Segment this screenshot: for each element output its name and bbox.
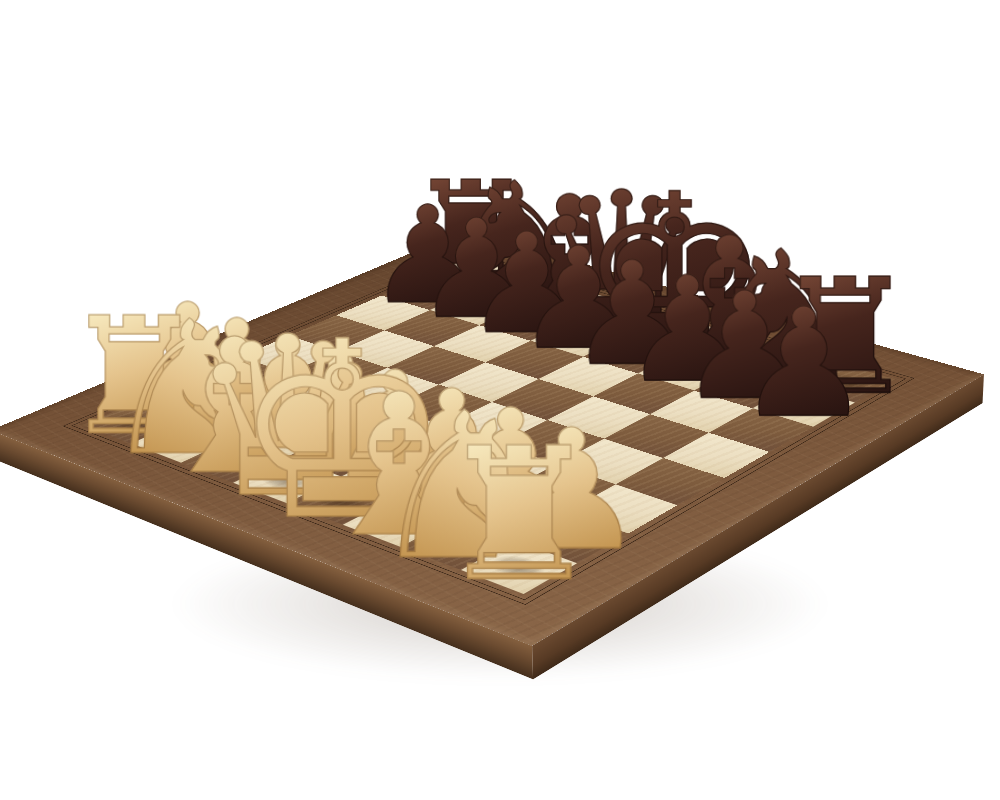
product-photo: ♜♞♝♛♚♝♞♜♟♟♟♟♟♟♟♟♟♟♟♟♟♟♟♟♜♞♝♛♚♝♞♜ bbox=[0, 0, 1000, 800]
square-h1: ♜ bbox=[461, 540, 577, 594]
white-rook-icon: ♜ bbox=[437, 424, 601, 607]
piece-white-rook: ♜ bbox=[437, 424, 601, 607]
